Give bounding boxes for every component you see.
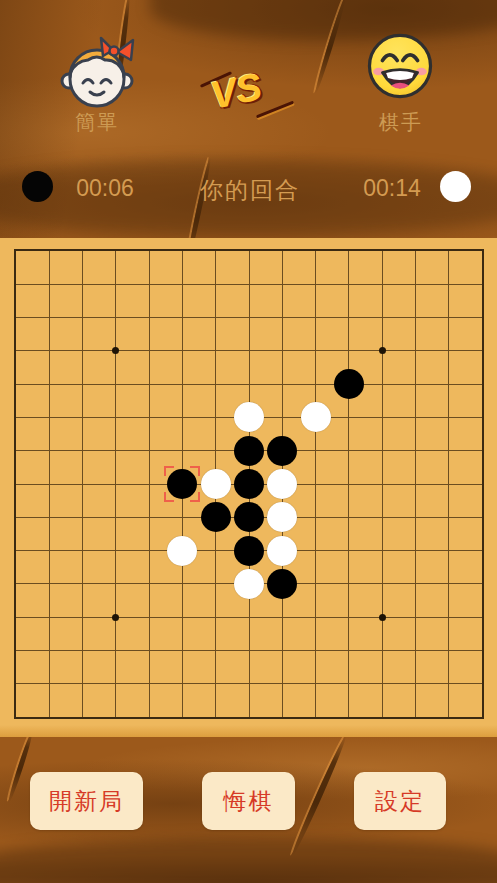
board-bottom-bevel [0, 725, 497, 737]
background-dark-band-bottom [0, 838, 497, 883]
white-stone [167, 536, 197, 566]
star-point [379, 347, 386, 354]
star-point [112, 614, 119, 621]
star-point [112, 347, 119, 354]
white-stone-timer-icon [440, 171, 471, 202]
last-move-marker-corner [164, 492, 174, 502]
board-panel [0, 238, 497, 737]
grid-line-horizontal [16, 617, 482, 618]
last-move-marker-corner [190, 466, 200, 476]
grid-line-vertical [315, 251, 316, 717]
star-point [379, 614, 386, 621]
white-stone [267, 469, 297, 499]
background-crack [289, 734, 348, 857]
white-stone [267, 536, 297, 566]
white-stone [267, 502, 297, 532]
turn-indicator: 你的回合 [173, 175, 327, 206]
black-stone [201, 502, 231, 532]
black-stone-timer-icon [22, 171, 53, 202]
grid-line-vertical [382, 251, 383, 717]
white-timer: 00:14 [349, 175, 435, 202]
board-grid[interactable] [14, 249, 484, 719]
background-dark-band-top [150, 0, 497, 40]
black-stone [334, 369, 364, 399]
grid-line-vertical [415, 251, 416, 717]
last-move-marker-corner [190, 492, 200, 502]
black-stone [234, 469, 264, 499]
left-player-name: 簡單 [32, 109, 162, 136]
settings-button[interactable]: 設定 [354, 772, 446, 830]
last-move-marker [164, 466, 200, 502]
gomoku-app-screen: 簡單 VS 棋手 00:06 你的回合 [0, 0, 497, 883]
versus-label: VS [207, 65, 266, 118]
white-stone [201, 469, 231, 499]
black-timer: 00:06 [60, 175, 150, 202]
black-stone [234, 436, 264, 466]
grid-line-vertical [448, 251, 449, 717]
versus-badge: VS [203, 64, 289, 122]
white-stone [234, 569, 264, 599]
black-stone [234, 536, 264, 566]
black-stone [234, 502, 264, 532]
new-game-button[interactable]: 開新局 [30, 772, 143, 830]
right-player-name: 棋手 [336, 109, 466, 136]
undo-button[interactable]: 悔棋 [202, 772, 295, 830]
grid-line-horizontal [16, 683, 482, 684]
grid-line-vertical [348, 251, 349, 717]
background-crack [313, 0, 348, 95]
white-stone [301, 402, 331, 432]
black-stone [267, 436, 297, 466]
last-move-marker-corner [164, 466, 174, 476]
left-player-avatar-icon [57, 28, 137, 116]
black-stone [267, 569, 297, 599]
right-player-avatar-icon [363, 29, 437, 107]
grid-line-horizontal [16, 650, 482, 651]
white-stone [234, 402, 264, 432]
